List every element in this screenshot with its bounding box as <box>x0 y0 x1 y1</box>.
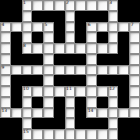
grid-cell[interactable] <box>65 65 76 76</box>
grid-cell[interactable] <box>118 65 129 76</box>
grid-cell[interactable] <box>32 0 43 11</box>
grid-cell[interactable] <box>32 22 43 33</box>
black-cell <box>22 75 33 86</box>
grid-cell[interactable] <box>22 65 33 76</box>
grid-cell[interactable] <box>43 0 54 11</box>
black-cell <box>0 129 11 140</box>
black-cell <box>118 129 129 140</box>
grid-cell[interactable] <box>97 108 108 119</box>
grid-cell[interactable] <box>32 65 43 76</box>
grid-cell[interactable] <box>43 65 54 76</box>
black-cell <box>118 75 129 86</box>
grid-cell[interactable] <box>97 86 108 97</box>
black-cell <box>118 118 129 129</box>
black-cell <box>32 11 43 22</box>
grid-cell[interactable] <box>86 0 97 11</box>
black-cell <box>54 22 65 33</box>
grid-cell[interactable] <box>118 108 129 119</box>
grid-cell[interactable] <box>86 32 97 43</box>
clue-number: 4 <box>2 23 5 28</box>
black-cell <box>65 54 76 65</box>
black-cell <box>75 11 86 22</box>
grid-cell[interactable] <box>86 54 97 65</box>
grid-cell[interactable] <box>54 129 65 140</box>
grid-cell[interactable] <box>118 22 129 33</box>
clue-number: 8 <box>23 44 26 49</box>
black-cell <box>97 11 108 22</box>
grid-cell[interactable] <box>0 43 11 54</box>
clue-number: 5 <box>45 23 48 28</box>
grid-cell[interactable] <box>86 75 97 86</box>
black-cell <box>75 97 86 108</box>
grid-cell[interactable] <box>108 22 119 33</box>
black-cell <box>32 118 43 129</box>
grid-cell[interactable]: 13 <box>0 108 11 119</box>
black-cell <box>75 108 86 119</box>
black-cell <box>11 86 22 97</box>
black-cell <box>32 97 43 108</box>
clue-number: 15 <box>23 130 29 135</box>
grid-cell[interactable] <box>97 43 108 54</box>
grid-cell[interactable]: 3 <box>108 0 119 11</box>
grid-cell[interactable] <box>65 129 76 140</box>
black-cell <box>97 97 108 108</box>
clue-number: 1 <box>23 1 26 6</box>
grid-cell[interactable] <box>97 0 108 11</box>
grid-cell[interactable] <box>86 129 97 140</box>
crossword-board: 123456789101112131415 <box>0 0 140 140</box>
grid-cell[interactable] <box>43 108 54 119</box>
grid-cell[interactable] <box>129 97 140 108</box>
grid-cell[interactable] <box>97 65 108 76</box>
grid-cell[interactable] <box>54 43 65 54</box>
grid-cell[interactable] <box>43 32 54 43</box>
clue-number: 2 <box>66 1 69 6</box>
black-cell <box>11 75 22 86</box>
grid-cell[interactable] <box>54 65 65 76</box>
grid-cell[interactable] <box>129 54 140 65</box>
black-cell <box>54 32 65 43</box>
black-cell <box>97 118 108 129</box>
grid-cell[interactable] <box>97 129 108 140</box>
black-cell <box>11 129 22 140</box>
black-cell <box>75 22 86 33</box>
grid-cell[interactable] <box>11 22 22 33</box>
black-cell <box>129 129 140 140</box>
black-cell <box>43 11 54 22</box>
grid-cell[interactable] <box>43 129 54 140</box>
grid-cell[interactable] <box>43 54 54 65</box>
grid-cell[interactable] <box>65 108 76 119</box>
black-cell <box>32 32 43 43</box>
grid-cell[interactable]: 9 <box>0 65 11 76</box>
clue-number: 3 <box>109 1 112 6</box>
black-cell <box>118 97 129 108</box>
grid-cell[interactable]: 11 <box>65 86 76 97</box>
black-cell <box>108 54 119 65</box>
black-cell <box>54 54 65 65</box>
grid-cell[interactable] <box>129 65 140 76</box>
grid-cell[interactable] <box>32 86 43 97</box>
grid-cell[interactable] <box>75 129 86 140</box>
grid-cell[interactable] <box>22 97 33 108</box>
grid-cell[interactable] <box>129 86 140 97</box>
grid-cell[interactable] <box>43 43 54 54</box>
grid-cell[interactable]: 14 <box>86 108 97 119</box>
black-cell <box>75 118 86 129</box>
grid-cell[interactable] <box>32 108 43 119</box>
clue-number: 7 <box>131 23 134 28</box>
grid-cell[interactable]: 7 <box>129 22 140 33</box>
grid-cell[interactable] <box>86 65 97 76</box>
grid-cell[interactable] <box>54 86 65 97</box>
black-cell <box>0 118 11 129</box>
grid-cell[interactable]: 12 <box>108 86 119 97</box>
grid-cell[interactable] <box>129 32 140 43</box>
grid-cell[interactable] <box>65 118 76 129</box>
grid-cell[interactable] <box>86 86 97 97</box>
clue-number: 10 <box>23 87 29 92</box>
grid-cell[interactable] <box>22 11 33 22</box>
grid-cell[interactable]: 4 <box>0 22 11 33</box>
grid-cell[interactable] <box>75 65 86 76</box>
black-cell <box>97 54 108 65</box>
grid-cell[interactable] <box>108 129 119 140</box>
black-cell <box>129 0 140 11</box>
grid-cell[interactable] <box>43 75 54 86</box>
clue-number: 11 <box>66 87 72 92</box>
black-cell <box>32 75 43 86</box>
grid-cell[interactable] <box>22 108 33 119</box>
black-cell <box>11 11 22 22</box>
black-cell <box>75 54 86 65</box>
clue-number: 9 <box>2 66 5 71</box>
grid-cell[interactable]: 6 <box>86 22 97 33</box>
grid-cell[interactable] <box>32 129 43 140</box>
black-cell <box>43 118 54 129</box>
grid-cell[interactable]: 15 <box>22 129 33 140</box>
grid-cell[interactable] <box>86 43 97 54</box>
grid-cell[interactable] <box>75 43 86 54</box>
grid-cell[interactable] <box>65 11 76 22</box>
grid-cell[interactable]: 5 <box>43 22 54 33</box>
black-cell <box>54 75 65 86</box>
black-cell <box>54 118 65 129</box>
grid-cell[interactable] <box>108 43 119 54</box>
grid-cell[interactable] <box>108 97 119 108</box>
black-cell <box>32 54 43 65</box>
black-cell <box>118 54 129 65</box>
grid-cell[interactable] <box>22 22 33 33</box>
black-cell <box>86 11 97 22</box>
black-cell <box>129 11 140 22</box>
grid-cell[interactable] <box>32 43 43 54</box>
grid-cell[interactable] <box>65 97 76 108</box>
black-cell <box>65 75 76 86</box>
grid-cell[interactable] <box>129 75 140 86</box>
black-cell <box>86 118 97 129</box>
black-cell <box>0 0 11 11</box>
grid-cell[interactable] <box>0 54 11 65</box>
grid-cell[interactable] <box>97 22 108 33</box>
grid-cell[interactable] <box>108 108 119 119</box>
grid-cell[interactable] <box>11 65 22 76</box>
black-cell <box>118 32 129 43</box>
black-cell <box>11 97 22 108</box>
grid-cell[interactable]: 2 <box>65 0 76 11</box>
black-cell <box>11 32 22 43</box>
black-cell <box>118 86 129 97</box>
grid-cell[interactable] <box>54 0 65 11</box>
grid-cell[interactable] <box>108 32 119 43</box>
grid-cell[interactable] <box>0 97 11 108</box>
grid-cell[interactable] <box>0 32 11 43</box>
black-cell <box>11 54 22 65</box>
black-cell <box>118 0 129 11</box>
grid-cell[interactable] <box>108 11 119 22</box>
grid-cell[interactable] <box>0 86 11 97</box>
clue-number: 12 <box>109 87 115 92</box>
black-cell <box>22 54 33 65</box>
grid-cell[interactable] <box>11 108 22 119</box>
black-cell <box>11 0 22 11</box>
grid-cell[interactable] <box>75 0 86 11</box>
black-cell <box>129 118 140 129</box>
grid-cell[interactable] <box>0 75 11 86</box>
clue-number: 6 <box>88 23 91 28</box>
black-cell <box>11 43 22 54</box>
grid-cell[interactable] <box>22 32 33 43</box>
grid-cell[interactable] <box>86 97 97 108</box>
grid-cell[interactable] <box>108 65 119 76</box>
black-cell <box>118 11 129 22</box>
black-cell <box>108 75 119 86</box>
grid-cell[interactable]: 1 <box>22 0 33 11</box>
grid-cell[interactable] <box>65 43 76 54</box>
grid-cell[interactable] <box>65 22 76 33</box>
black-cell <box>54 11 65 22</box>
black-cell <box>54 97 65 108</box>
grid-cell[interactable] <box>65 32 76 43</box>
black-cell <box>0 11 11 22</box>
grid-cell[interactable]: 8 <box>22 43 33 54</box>
grid-cell[interactable] <box>43 97 54 108</box>
black-cell <box>97 75 108 86</box>
grid-cell[interactable] <box>129 108 140 119</box>
black-cell <box>97 32 108 43</box>
grid-cell[interactable]: 10 <box>22 86 33 97</box>
black-cell <box>54 108 65 119</box>
grid-cell[interactable] <box>43 86 54 97</box>
clue-number: 14 <box>88 109 94 114</box>
grid-cell[interactable] <box>22 118 33 129</box>
grid-cell[interactable] <box>75 86 86 97</box>
black-cell <box>75 75 86 86</box>
black-cell <box>75 32 86 43</box>
grid-cell[interactable] <box>108 118 119 129</box>
grid-cell[interactable] <box>129 43 140 54</box>
clue-number: 13 <box>2 109 8 114</box>
black-cell <box>118 43 129 54</box>
black-cell <box>11 118 22 129</box>
